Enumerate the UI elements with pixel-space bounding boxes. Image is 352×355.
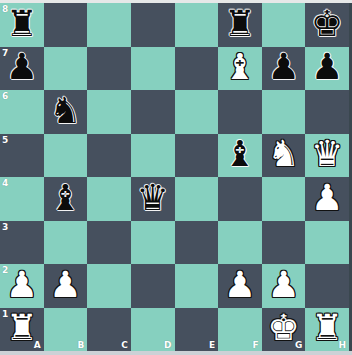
white-pawn-piece[interactable]: ♟ (44, 264, 88, 308)
square-f7[interactable]: ♝ (218, 47, 262, 91)
white-king-piece[interactable]: ♚ (262, 308, 306, 352)
square-f8[interactable]: ♜ (218, 3, 262, 47)
square-b4[interactable]: ♝ (44, 177, 88, 221)
black-bishop-piece[interactable]: ♝ (44, 177, 88, 221)
square-c5[interactable] (87, 134, 131, 178)
square-c3[interactable] (87, 221, 131, 265)
square-a4[interactable]: 4 (0, 177, 44, 221)
square-c6[interactable] (87, 90, 131, 134)
square-g2[interactable]: ♟ (262, 264, 306, 308)
white-queen-piece[interactable]: ♛ (305, 134, 349, 178)
black-pawn-piece[interactable]: ♟ (262, 47, 306, 91)
black-rook-piece[interactable]: ♜ (0, 3, 44, 47)
file-label: E (209, 340, 215, 350)
square-c1[interactable]: C (87, 308, 131, 352)
square-a6[interactable]: 6 (0, 90, 44, 134)
square-a1[interactable]: 1A♜ (0, 308, 44, 352)
square-d3[interactable] (131, 221, 175, 265)
square-a7[interactable]: 7♟ (0, 47, 44, 91)
square-b1[interactable]: B (44, 308, 88, 352)
square-c8[interactable] (87, 3, 131, 47)
file-label: D (164, 340, 171, 350)
square-b2[interactable]: ♟ (44, 264, 88, 308)
square-b3[interactable] (44, 221, 88, 265)
square-g5[interactable]: ♞ (262, 134, 306, 178)
square-h6[interactable] (305, 90, 349, 134)
square-d5[interactable] (131, 134, 175, 178)
black-knight-piece[interactable]: ♞ (44, 90, 88, 134)
white-bishop-piece[interactable]: ♝ (218, 47, 262, 91)
square-g4[interactable] (262, 177, 306, 221)
rank-label: 3 (2, 222, 8, 232)
square-e7[interactable] (175, 47, 219, 91)
square-e2[interactable] (175, 264, 219, 308)
square-e3[interactable] (175, 221, 219, 265)
board-bottom-border (0, 351, 352, 355)
white-rook-piece[interactable]: ♜ (305, 308, 349, 352)
square-b7[interactable] (44, 47, 88, 91)
square-e8[interactable] (175, 3, 219, 47)
square-g3[interactable] (262, 221, 306, 265)
square-b6[interactable]: ♞ (44, 90, 88, 134)
square-f3[interactable] (218, 221, 262, 265)
square-e1[interactable]: E (175, 308, 219, 352)
file-label: C (121, 340, 128, 350)
square-g1[interactable]: G♚ (262, 308, 306, 352)
square-h1[interactable]: H♜ (305, 308, 349, 352)
square-h2[interactable] (305, 264, 349, 308)
square-a5[interactable]: 5 (0, 134, 44, 178)
rank-label: 5 (2, 135, 8, 145)
square-g8[interactable] (262, 3, 306, 47)
square-d2[interactable] (131, 264, 175, 308)
square-a2[interactable]: 2♟ (0, 264, 44, 308)
black-pawn-piece[interactable]: ♟ (0, 47, 44, 91)
square-e6[interactable] (175, 90, 219, 134)
rank-label: 4 (2, 178, 8, 188)
square-g7[interactable]: ♟ (262, 47, 306, 91)
square-d6[interactable] (131, 90, 175, 134)
white-pawn-piece[interactable]: ♟ (218, 264, 262, 308)
square-h5[interactable]: ♛ (305, 134, 349, 178)
square-c2[interactable] (87, 264, 131, 308)
square-d8[interactable] (131, 3, 175, 47)
black-rook-piece[interactable]: ♜ (218, 3, 262, 47)
white-pawn-piece[interactable]: ♟ (305, 177, 349, 221)
black-king-piece[interactable]: ♚ (305, 3, 349, 47)
file-label: F (253, 340, 259, 350)
square-a3[interactable]: 3 (0, 221, 44, 265)
black-queen-piece[interactable]: ♛ (131, 177, 175, 221)
white-pawn-piece[interactable]: ♟ (262, 264, 306, 308)
square-h3[interactable] (305, 221, 349, 265)
square-c4[interactable] (87, 177, 131, 221)
black-pawn-piece[interactable]: ♟ (305, 47, 349, 91)
square-h8[interactable]: ♚ (305, 3, 349, 47)
square-e5[interactable] (175, 134, 219, 178)
square-e4[interactable] (175, 177, 219, 221)
square-h7[interactable]: ♟ (305, 47, 349, 91)
chess-board[interactable]: 8♜♜♚7♟♝♟♟6♞5♝♞♛4♝♛♟32♟♟♟♟1A♜BCDEFG♚H♜ (0, 3, 349, 351)
chess-board-frame: 8♜♜♚7♟♝♟♟6♞5♝♞♛4♝♛♟32♟♟♟♟1A♜BCDEFG♚H♜ (0, 0, 352, 355)
square-b8[interactable] (44, 3, 88, 47)
square-a8[interactable]: 8♜ (0, 3, 44, 47)
white-pawn-piece[interactable]: ♟ (0, 264, 44, 308)
square-f1[interactable]: F (218, 308, 262, 352)
square-c7[interactable] (87, 47, 131, 91)
square-d7[interactable] (131, 47, 175, 91)
black-bishop-piece[interactable]: ♝ (218, 134, 262, 178)
file-label: B (77, 340, 84, 350)
square-f4[interactable] (218, 177, 262, 221)
square-h4[interactable]: ♟ (305, 177, 349, 221)
rank-label: 6 (2, 91, 8, 101)
square-f5[interactable]: ♝ (218, 134, 262, 178)
square-b5[interactable] (44, 134, 88, 178)
square-d1[interactable]: D (131, 308, 175, 352)
square-g6[interactable] (262, 90, 306, 134)
square-f2[interactable]: ♟ (218, 264, 262, 308)
square-f6[interactable] (218, 90, 262, 134)
white-rook-piece[interactable]: ♜ (0, 308, 44, 352)
white-knight-piece[interactable]: ♞ (262, 134, 306, 178)
square-d4[interactable]: ♛ (131, 177, 175, 221)
